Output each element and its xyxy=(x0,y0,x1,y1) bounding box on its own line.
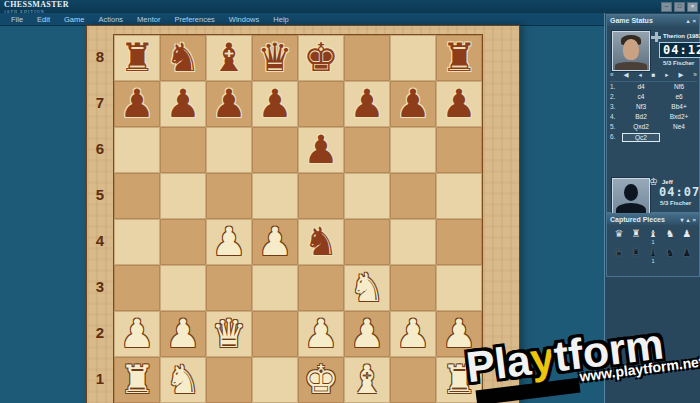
square-a5[interactable] xyxy=(114,173,160,219)
black-knight[interactable]: ♞ xyxy=(160,35,206,81)
move-4-white[interactable]: Bd2 xyxy=(622,113,660,120)
menu-item-preferences[interactable]: Preferences xyxy=(167,14,221,25)
square-b5[interactable] xyxy=(160,173,206,219)
square-f6[interactable] xyxy=(344,127,390,173)
square-a7[interactable]: ♟ xyxy=(114,81,160,127)
captured-white-knight: ♞ xyxy=(663,228,677,245)
close-panel-icon[interactable]: × xyxy=(692,18,696,24)
move-2-white[interactable]: c4 xyxy=(622,93,660,100)
white-bishop-icon: ♝ xyxy=(646,228,660,239)
captured-white-pawn: ♟ xyxy=(680,228,694,245)
square-g2[interactable]: ♟ xyxy=(390,311,436,357)
collapse-icon[interactable]: ▴ xyxy=(686,18,689,24)
square-f7[interactable]: ♟ xyxy=(344,81,390,127)
step-back-button[interactable]: ◂ xyxy=(638,71,641,79)
square-c8[interactable]: ♝ xyxy=(206,35,252,81)
game-status-title: Game Status xyxy=(610,17,653,24)
rank-label-1: 1 xyxy=(87,356,113,402)
rank-label-3: 3 xyxy=(87,264,113,310)
black-knight-icon: ♞ xyxy=(663,247,677,258)
square-h4[interactable] xyxy=(436,219,482,265)
menu-item-windows[interactable]: Windows xyxy=(222,14,266,25)
move-4-black[interactable]: Bxd2+ xyxy=(660,113,698,120)
go-to-end-button[interactable]: » xyxy=(693,71,697,79)
move-2-black[interactable]: e6 xyxy=(660,93,698,100)
square-g4[interactable] xyxy=(390,219,436,265)
rank-labels: 87654321 xyxy=(87,34,113,402)
square-g8[interactable] xyxy=(390,35,436,81)
white-rook-icon: ♜ xyxy=(629,228,643,239)
black-knight[interactable]: ♞ xyxy=(298,219,344,265)
fast-back-button[interactable]: ◀ xyxy=(624,71,629,79)
move-number: 3. xyxy=(610,103,622,110)
square-c7[interactable]: ♟ xyxy=(206,81,252,127)
square-b1[interactable]: ♞ xyxy=(160,357,206,403)
white-pawn[interactable]: ♟ xyxy=(298,311,344,357)
white-pawn[interactable]: ♟ xyxy=(160,311,206,357)
black-bishop-icon: ♝ xyxy=(646,247,660,258)
black-pawn[interactable]: ♟ xyxy=(114,81,160,127)
square-f1[interactable]: ♝ xyxy=(344,357,390,403)
captured-white-row: ♛♜♝1♞♟ xyxy=(612,228,694,245)
square-h7[interactable]: ♟ xyxy=(436,81,482,127)
square-a2[interactable]: ♟ xyxy=(114,311,160,357)
captured-black-queen: ♛ xyxy=(612,247,626,264)
white-pawn[interactable]: ♟ xyxy=(344,311,390,357)
white-knight[interactable]: ♞ xyxy=(344,265,390,311)
menu-item-mentor[interactable]: Mentor xyxy=(130,14,167,25)
chessmaster-window: CHESSMASTER 10TH EDITION – □ × FileEditG… xyxy=(0,0,700,403)
captured-white-rook: ♜ xyxy=(629,228,643,245)
square-d6[interactable] xyxy=(252,127,298,173)
square-c1[interactable] xyxy=(206,357,252,403)
title-bar: CHESSMASTER 10TH EDITION – □ × xyxy=(0,0,700,13)
black-player-name: Therion (1983) xyxy=(663,33,700,39)
white-knight[interactable]: ♞ xyxy=(160,357,206,403)
minimize-button[interactable]: – xyxy=(661,2,672,12)
game-status-panel: Game Status ▴ × Therion (1983) 04:12 5/3… xyxy=(606,14,700,213)
square-e3[interactable] xyxy=(298,265,344,311)
black-time-control: 5/3 Fischer xyxy=(663,60,694,66)
square-b4[interactable] xyxy=(160,219,206,265)
game-status-header: Game Status ▴ × xyxy=(607,15,699,26)
square-h3[interactable] xyxy=(436,265,482,311)
fast-forward-button[interactable]: ▶ xyxy=(678,71,683,79)
captured-black-rook: ♜ xyxy=(629,247,643,264)
vcr-controls: «◀◂■▸▶» xyxy=(610,71,697,82)
captured-count xyxy=(663,258,677,264)
captured-white-bishop: ♝1 xyxy=(646,228,660,245)
square-f2[interactable]: ♟ xyxy=(344,311,390,357)
square-b8[interactable]: ♞ xyxy=(160,35,206,81)
square-b6[interactable] xyxy=(160,127,206,173)
black-pawn[interactable]: ♟ xyxy=(344,81,390,127)
square-g6[interactable] xyxy=(390,127,436,173)
rank-label-7: 7 xyxy=(87,80,113,126)
square-a8[interactable]: ♜ xyxy=(114,35,160,81)
menu-item-edit[interactable]: Edit xyxy=(30,14,57,25)
captured-count: 1 xyxy=(646,239,660,245)
white-rook[interactable]: ♜ xyxy=(114,357,160,403)
square-d4[interactable]: ♟ xyxy=(252,219,298,265)
captured-count xyxy=(680,258,694,264)
rank-label-8: 8 xyxy=(87,34,113,80)
close-button[interactable]: × xyxy=(687,2,698,12)
captured-count: 1 xyxy=(646,258,660,264)
rank-label-2: 2 xyxy=(87,310,113,356)
square-a4[interactable] xyxy=(114,219,160,265)
white-time-control: 5/3 Fischer xyxy=(660,200,691,206)
white-king[interactable]: ♚ xyxy=(298,357,344,403)
move-number: 1. xyxy=(610,83,622,90)
square-c4[interactable]: ♟ xyxy=(206,219,252,265)
square-g5[interactable] xyxy=(390,173,436,219)
move-1-black[interactable]: Nf6 xyxy=(660,83,698,90)
square-a6[interactable] xyxy=(114,127,160,173)
square-d2[interactable] xyxy=(252,311,298,357)
captured-pieces-title: Captured Pieces xyxy=(610,216,665,223)
black-pawn-icon: ♟ xyxy=(680,247,694,258)
avatar-black-player xyxy=(612,31,650,71)
black-rook[interactable]: ♜ xyxy=(114,35,160,81)
black-pawn[interactable]: ♟ xyxy=(436,81,482,127)
square-d1[interactable] xyxy=(252,357,298,403)
square-c5[interactable] xyxy=(206,173,252,219)
square-d7[interactable]: ♟ xyxy=(252,81,298,127)
move-number: 6. xyxy=(610,133,622,142)
square-h5[interactable] xyxy=(436,173,482,219)
white-pawn[interactable]: ♟ xyxy=(206,219,252,265)
square-c3[interactable] xyxy=(206,265,252,311)
dock-icon[interactable]: ▾ xyxy=(680,217,683,223)
black-king[interactable]: ♚ xyxy=(298,35,344,81)
square-b3[interactable] xyxy=(160,265,206,311)
square-e7[interactable] xyxy=(298,81,344,127)
square-g1[interactable] xyxy=(390,357,436,403)
move-list: 1.d4Nf62.c4e63.Nf3Bb4+4.Bd2Bxd2+5.Qxd2Ne… xyxy=(610,83,698,142)
collapse-icon[interactable]: ▴ xyxy=(686,217,689,223)
captured-count xyxy=(629,239,643,245)
move-1-white[interactable]: d4 xyxy=(622,83,660,90)
captured-black-knight: ♞ xyxy=(663,247,677,264)
captured-pieces-panel: Captured Pieces ▾ ▴ × ♛♜♝1♞♟ ♛♜♝1♞♟ xyxy=(606,213,700,277)
move-6-black[interactable] xyxy=(660,133,698,142)
square-e2[interactable]: ♟ xyxy=(298,311,344,357)
square-b7[interactable]: ♟ xyxy=(160,81,206,127)
black-pawn[interactable]: ♟ xyxy=(252,81,298,127)
close-panel-icon[interactable]: × xyxy=(692,217,696,223)
move-5-white[interactable]: Qxd2 xyxy=(622,123,660,130)
white-knight-icon: ♞ xyxy=(663,228,677,239)
black-bishop[interactable]: ♝ xyxy=(206,35,252,81)
square-e5[interactable] xyxy=(298,173,344,219)
move-3-white[interactable]: Nf3 xyxy=(622,103,660,110)
window-controls: – □ × xyxy=(661,2,698,12)
square-e1[interactable]: ♚ xyxy=(298,357,344,403)
captured-count xyxy=(663,239,677,245)
move-6-white[interactable]: Qc2 xyxy=(622,133,660,142)
square-e8[interactable]: ♚ xyxy=(298,35,344,81)
captured-count xyxy=(612,258,626,264)
square-f4[interactable] xyxy=(344,219,390,265)
square-d8[interactable]: ♛ xyxy=(252,35,298,81)
black-pawn[interactable]: ♟ xyxy=(160,81,206,127)
move-5-black[interactable]: Ne4 xyxy=(660,123,698,130)
square-h6[interactable] xyxy=(436,127,482,173)
black-player-clock: 04:12 xyxy=(659,42,700,58)
white-pawn[interactable]: ♟ xyxy=(114,311,160,357)
black-rook-icon: ♜ xyxy=(629,247,643,258)
captured-black-bishop: ♝1 xyxy=(646,247,660,264)
menu-item-actions[interactable]: Actions xyxy=(91,14,130,25)
white-queen-icon: ♛ xyxy=(612,228,626,239)
square-e6[interactable]: ♟ xyxy=(298,127,344,173)
square-g3[interactable] xyxy=(390,265,436,311)
menu-item-game[interactable]: Game xyxy=(57,14,91,25)
square-h8[interactable]: ♜ xyxy=(436,35,482,81)
menu-item-file[interactable]: File xyxy=(4,14,30,25)
square-f3[interactable]: ♞ xyxy=(344,265,390,311)
captured-count xyxy=(629,258,643,264)
board-squares: ♜♞♝♛♚♜♟♟♟♟♟♟♟♟♟♟♞♞♟♟♛♟♟♟♟♜♞♚♝♜ xyxy=(113,34,483,403)
rank-label-4: 4 xyxy=(87,218,113,264)
step-forward-button[interactable]: ▸ xyxy=(665,71,668,79)
white-pawn[interactable]: ♟ xyxy=(390,311,436,357)
square-c2[interactable]: ♛ xyxy=(206,311,252,357)
square-g7[interactable]: ♟ xyxy=(390,81,436,127)
white-pawn-icon: ♟ xyxy=(680,228,694,239)
black-pawn[interactable]: ♟ xyxy=(298,127,344,173)
square-b2[interactable]: ♟ xyxy=(160,311,206,357)
square-f5[interactable] xyxy=(344,173,390,219)
captured-black-pawn: ♟ xyxy=(680,247,694,264)
white-bishop[interactable]: ♝ xyxy=(344,357,390,403)
rank-label-5: 5 xyxy=(87,172,113,218)
stop-button[interactable]: ■ xyxy=(652,71,656,79)
black-queen-icon: ♛ xyxy=(612,247,626,258)
chess-board: 87654321 ♜♞♝♛♚♜♟♟♟♟♟♟♟♟♟♟♞♞♟♟♛♟♟♟♟♜♞♚♝♜ xyxy=(86,25,520,403)
captured-black-row: ♛♜♝1♞♟ xyxy=(612,247,694,264)
white-queen[interactable]: ♛ xyxy=(206,311,252,357)
black-rook[interactable]: ♜ xyxy=(436,35,482,81)
rank-label-6: 6 xyxy=(87,126,113,172)
move-number: 2. xyxy=(610,93,622,100)
captured-count xyxy=(680,239,694,245)
black-side-icon xyxy=(651,32,661,42)
square-d3[interactable] xyxy=(252,265,298,311)
avatar-white-player xyxy=(612,178,650,218)
square-e4[interactable]: ♞ xyxy=(298,219,344,265)
move-number: 4. xyxy=(610,113,622,120)
maximize-button[interactable]: □ xyxy=(674,2,685,12)
white-pawn[interactable]: ♟ xyxy=(252,219,298,265)
square-c6[interactable] xyxy=(206,127,252,173)
square-a3[interactable] xyxy=(114,265,160,311)
white-player-clock: 04:07 xyxy=(659,186,700,199)
move-number: 5. xyxy=(610,123,622,130)
square-d5[interactable] xyxy=(252,173,298,219)
black-queen[interactable]: ♛ xyxy=(252,35,298,81)
square-f8[interactable] xyxy=(344,35,390,81)
move-3-black[interactable]: Bb4+ xyxy=(660,103,698,110)
white-side-icon: ♔ xyxy=(649,176,658,187)
captured-white-queen: ♛ xyxy=(612,228,626,245)
menu-item-help[interactable]: Help xyxy=(266,14,295,25)
black-pawn[interactable]: ♟ xyxy=(206,81,252,127)
black-pawn[interactable]: ♟ xyxy=(390,81,436,127)
square-a1[interactable]: ♜ xyxy=(114,357,160,403)
captured-count xyxy=(612,239,626,245)
go-to-start-button[interactable]: « xyxy=(610,71,614,79)
captured-pieces-header: Captured Pieces ▾ ▴ × xyxy=(607,214,699,225)
